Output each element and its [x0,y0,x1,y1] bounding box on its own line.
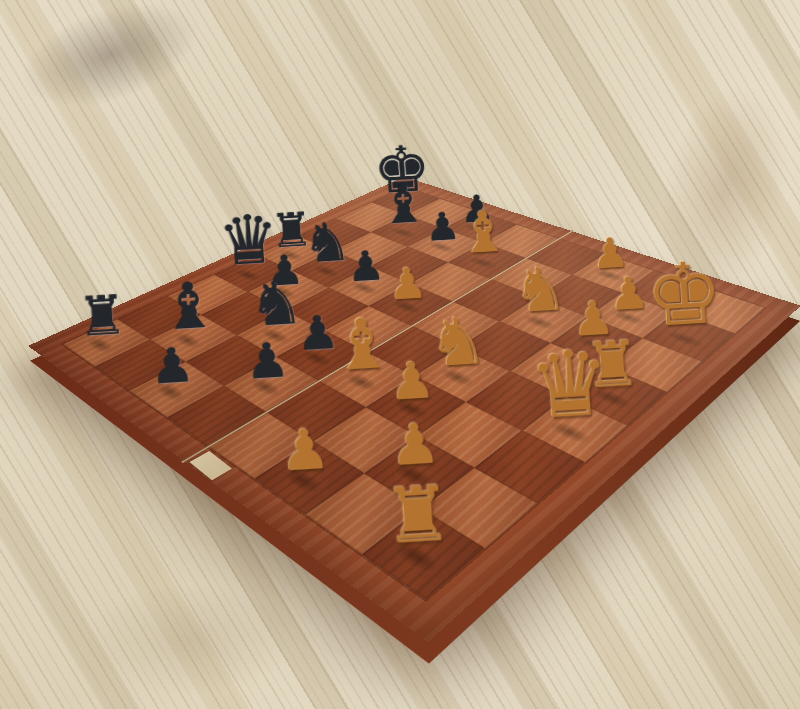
white-king-g1[interactable]: ♚ [644,249,726,339]
piece-shadow [259,281,308,305]
piece-shadow [418,237,466,257]
black-rook-a8[interactable]: ♜ [77,287,129,344]
piece-shadow [453,219,500,238]
piece-shadow [268,245,313,266]
square-e6[interactable]: ♟ [329,267,410,307]
white-knight-f3[interactable]: ♞ [512,258,570,322]
square-h8[interactable]: ♚ [372,187,440,215]
white-pawn-a3[interactable]: ♟ [279,420,333,479]
square-d8[interactable]: ♛ [214,255,292,292]
piece-shadow [458,252,508,274]
black-knight-e7[interactable]: ♞ [302,214,353,270]
square-h7[interactable] [406,199,477,229]
square-a8[interactable]: ♜ [63,319,150,366]
white-knight-d3[interactable]: ♞ [427,308,490,377]
white-rook-a1[interactable]: ♜ [382,475,455,555]
white-bishop-c4[interactable]: ♝ [329,308,396,381]
black-pawn-e6[interactable]: ♟ [347,244,386,287]
black-pawn-a6[interactable]: ♟ [150,340,196,391]
black-queen-d8[interactable]: ♛ [217,204,281,275]
board-tilt-wrapper: ♚♟♟♝♟♝♟♚♞♟♜♞♟♟♜♛♟♞♛♞♟♝♟♝♟♟♜♟♟♜ [122,36,701,615]
black-king-h8[interactable]: ♚ [372,136,433,203]
square-c7[interactable] [201,292,285,335]
scene: ♚♟♟♝♟♝♟♚♞♟♜♞♟♟♜♛♟♞♛♞♟♝♟♝♟♟♜♟♟♜ [0,0,800,709]
black-pawn-g6[interactable]: ♟ [425,206,462,246]
table-surface: ♚♟♟♝♟♝♟♚♞♟♜♞♟♟♜♛♟♞♛♞♟♝♟♝♟♟♜♟♟♜ [0,0,800,709]
chess-board: ♚♟♟♝♟♝♟♚♞♟♜♞♟♟♜♛♟♞♛♞♟♝♟♝♟♟♜♟♟♜ [28,177,800,642]
square-h6[interactable]: ♟ [444,211,517,243]
black-rook-e8[interactable]: ♜ [270,206,315,255]
board-grid: ♚♟♟♝♟♝♟♚♞♟♜♞♟♟♜♛♟♞♛♞♟♝♟♝♟♟♜♟♟♜ [63,187,764,599]
piece-shadow [302,260,350,282]
black-pawn-h6[interactable]: ♟ [460,189,496,228]
square-f6[interactable] [370,247,448,284]
black-bishop-b7[interactable]: ♝ [159,273,220,340]
square-e7[interactable]: ♞ [292,251,370,288]
piece-shadow [340,277,390,301]
piece-shadow [225,264,271,286]
white-queen-d1[interactable]: ♛ [527,336,614,432]
white-pawn-b2[interactable]: ♟ [389,414,443,473]
black-pawn-d7[interactable]: ♟ [266,248,305,291]
square-g6[interactable]: ♟ [408,228,484,262]
piece-shadow [380,223,426,242]
square-f5[interactable] [410,262,491,301]
square-e8[interactable]: ♜ [258,236,333,270]
white-bishop-g5[interactable]: ♝ [457,202,512,262]
square-f7[interactable] [333,232,408,266]
square-g7[interactable]: ♝ [371,215,444,247]
square-d1[interactable]: ♛ [522,397,627,462]
white-pawn-e5[interactable]: ♟ [387,261,428,306]
square-c8[interactable] [168,275,249,315]
square-f8[interactable] [298,219,371,251]
black-pawn-b5[interactable]: ♟ [245,335,291,386]
white-pawn-c3[interactable]: ♟ [388,354,437,408]
piece-shadow [380,194,423,211]
black-bishop-g7[interactable]: ♝ [379,176,430,232]
square-g8[interactable] [336,202,406,232]
